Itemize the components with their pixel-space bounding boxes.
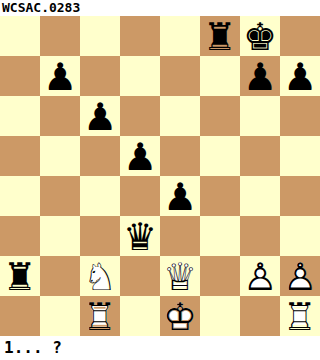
square-e8[interactable] [160, 16, 200, 56]
black-pawn-icon: ♟ [240, 56, 280, 96]
square-f1[interactable] [200, 296, 240, 336]
square-h4[interactable] [280, 176, 320, 216]
square-g4[interactable] [240, 176, 280, 216]
square-e6[interactable] [160, 96, 200, 136]
square-c8[interactable] [80, 16, 120, 56]
square-e5[interactable] [160, 136, 200, 176]
piece-outline: ♘ [80, 256, 120, 296]
square-b7[interactable]: ♟ [40, 56, 80, 96]
black-pawn-icon: ♟ [280, 56, 320, 96]
square-g5[interactable] [240, 136, 280, 176]
black-rook-icon: ♜ [0, 256, 40, 296]
piece-fill: ♚ [240, 16, 280, 56]
square-b8[interactable] [40, 16, 80, 56]
square-d2[interactable] [120, 256, 160, 296]
piece-outline: ♕ [160, 256, 200, 296]
piece-outline: ♙ [240, 256, 280, 296]
puzzle-id: WCSAC.0283 [0, 0, 320, 16]
piece-fill: ♟ [80, 96, 120, 136]
square-c1[interactable]: ♜♖ [80, 296, 120, 336]
square-a2[interactable]: ♜ [0, 256, 40, 296]
square-f6[interactable] [200, 96, 240, 136]
piece-outline: ♖ [80, 296, 120, 336]
square-f2[interactable] [200, 256, 240, 296]
square-f3[interactable] [200, 216, 240, 256]
piece-fill: ♜ [200, 16, 240, 56]
square-g6[interactable] [240, 96, 280, 136]
piece-fill: ♛ [120, 216, 160, 256]
piece-fill: ♟ [160, 176, 200, 216]
square-e3[interactable] [160, 216, 200, 256]
square-h7[interactable]: ♟ [280, 56, 320, 96]
square-a1[interactable] [0, 296, 40, 336]
black-pawn-icon: ♟ [160, 176, 200, 216]
square-a7[interactable] [0, 56, 40, 96]
square-h3[interactable] [280, 216, 320, 256]
square-h5[interactable] [280, 136, 320, 176]
piece-fill: ♟ [240, 56, 280, 96]
square-d4[interactable] [120, 176, 160, 216]
black-queen-icon: ♛ [120, 216, 160, 256]
square-e2[interactable]: ♛♕ [160, 256, 200, 296]
square-b6[interactable] [40, 96, 80, 136]
square-b5[interactable] [40, 136, 80, 176]
white-rook-icon: ♜♖ [280, 296, 320, 336]
square-c6[interactable]: ♟ [80, 96, 120, 136]
piece-outline: ♖ [280, 296, 320, 336]
piece-outline: ♙ [280, 256, 320, 296]
square-e4[interactable]: ♟ [160, 176, 200, 216]
square-b4[interactable] [40, 176, 80, 216]
square-b2[interactable] [40, 256, 80, 296]
square-a8[interactable] [0, 16, 40, 56]
square-a3[interactable] [0, 216, 40, 256]
white-pawn-icon: ♟♙ [240, 256, 280, 296]
square-f8[interactable]: ♜ [200, 16, 240, 56]
move-prompt: 1... ? [0, 336, 320, 360]
square-e1[interactable]: ♚♔ [160, 296, 200, 336]
square-f5[interactable] [200, 136, 240, 176]
square-d5[interactable]: ♟ [120, 136, 160, 176]
chess-board: ♜♚♟♟♟♟♟♟♛♜♞♘♛♕♟♙♟♙♜♖♚♔♜♖ [0, 16, 320, 336]
square-c5[interactable] [80, 136, 120, 176]
piece-fill: ♜ [0, 256, 40, 296]
black-pawn-icon: ♟ [80, 96, 120, 136]
square-h6[interactable] [280, 96, 320, 136]
square-g8[interactable]: ♚ [240, 16, 280, 56]
square-g2[interactable]: ♟♙ [240, 256, 280, 296]
square-b3[interactable] [40, 216, 80, 256]
square-d8[interactable] [120, 16, 160, 56]
square-d1[interactable] [120, 296, 160, 336]
piece-fill: ♟ [120, 136, 160, 176]
square-d3[interactable]: ♛ [120, 216, 160, 256]
square-h8[interactable] [280, 16, 320, 56]
square-e7[interactable] [160, 56, 200, 96]
piece-fill: ♟ [280, 56, 320, 96]
square-f4[interactable] [200, 176, 240, 216]
white-rook-icon: ♜♖ [80, 296, 120, 336]
piece-fill: ♟ [40, 56, 80, 96]
square-h2[interactable]: ♟♙ [280, 256, 320, 296]
square-b1[interactable] [40, 296, 80, 336]
square-g7[interactable]: ♟ [240, 56, 280, 96]
piece-outline: ♔ [160, 296, 200, 336]
square-f7[interactable] [200, 56, 240, 96]
white-king-icon: ♚♔ [160, 296, 200, 336]
black-rook-icon: ♜ [200, 16, 240, 56]
square-a4[interactable] [0, 176, 40, 216]
square-g3[interactable] [240, 216, 280, 256]
square-h1[interactable]: ♜♖ [280, 296, 320, 336]
chess-puzzle-window: WCSAC.0283 ♜♚♟♟♟♟♟♟♛♜♞♘♛♕♟♙♟♙♜♖♚♔♜♖ 1...… [0, 0, 320, 360]
white-queen-icon: ♛♕ [160, 256, 200, 296]
square-c3[interactable] [80, 216, 120, 256]
square-a5[interactable] [0, 136, 40, 176]
square-c4[interactable] [80, 176, 120, 216]
square-d6[interactable] [120, 96, 160, 136]
black-king-icon: ♚ [240, 16, 280, 56]
square-d7[interactable] [120, 56, 160, 96]
black-pawn-icon: ♟ [120, 136, 160, 176]
square-c7[interactable] [80, 56, 120, 96]
black-pawn-icon: ♟ [40, 56, 80, 96]
square-a6[interactable] [0, 96, 40, 136]
square-c2[interactable]: ♞♘ [80, 256, 120, 296]
white-knight-icon: ♞♘ [80, 256, 120, 296]
square-g1[interactable] [240, 296, 280, 336]
white-pawn-icon: ♟♙ [280, 256, 320, 296]
